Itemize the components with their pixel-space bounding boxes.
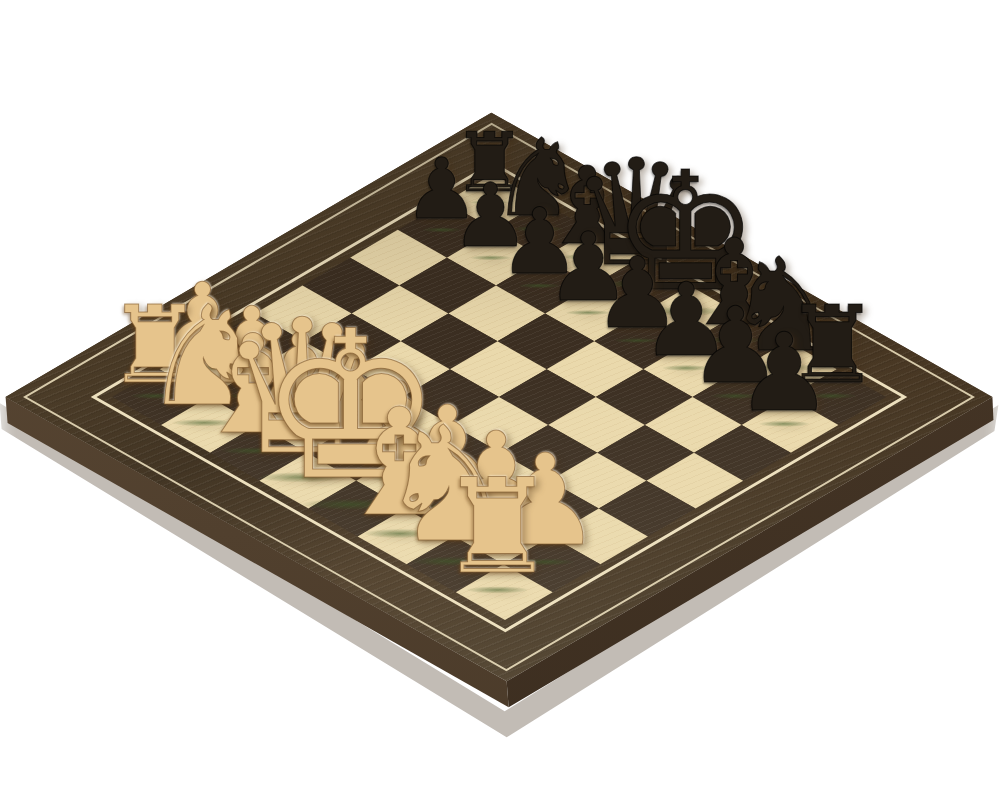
chess-product-photo: ♜♟♞♟♝♟♛♟♚♟♝♟♟♞♜♟♟♜♞♟♟♝♟♛♟♚♟♝♟♞♟♜ <box>0 0 1000 800</box>
piece-white-rook-h1[interactable]: ♜ <box>387 461 607 595</box>
pawn-glyph: ♟ <box>736 317 833 427</box>
rook-glyph: ♜ <box>439 461 556 595</box>
piece-black-pawn-h7[interactable]: ♟ <box>674 317 894 427</box>
